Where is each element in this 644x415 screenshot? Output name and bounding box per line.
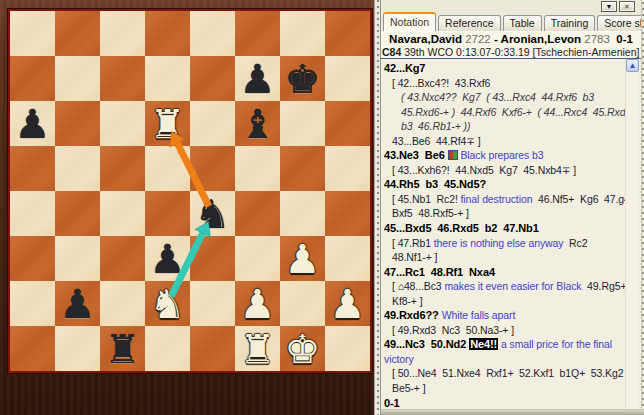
sub-variation-moves[interactable]: ( 43.Nxc4?? Kg7 ( 43...Rxc4 44.Rxf6 b3 — [401, 91, 594, 103]
mainline-moves[interactable]: 42...Kg7 — [384, 62, 425, 74]
square-h6[interactable] — [325, 101, 370, 146]
variation-moves[interactable]: Be5-+ ] — [392, 382, 425, 394]
square-e4[interactable]: ♞ — [190, 191, 235, 236]
square-c7[interactable] — [100, 56, 145, 101]
notation-line: 44.Rh5 b3 45.Nd5? — [384, 177, 625, 192]
mainline-moves[interactable]: 49.Rxd6?? — [384, 309, 442, 321]
square-g8[interactable] — [280, 11, 325, 56]
notation-line: 43...Be6 44.Rf4∓ ] — [384, 134, 625, 149]
variation-moves[interactable]: Bxf5 48.Rxf5-+ ] — [392, 207, 469, 219]
black-bishop[interactable]: ♝ — [235, 101, 280, 146]
square-h5[interactable] — [325, 146, 370, 191]
white-pawn[interactable]: ♟ — [235, 281, 280, 326]
white-knight[interactable]: ♞ — [145, 281, 190, 326]
black-pawn[interactable]: ♟ — [145, 236, 190, 281]
mainline-moves[interactable]: 0-1 — [384, 397, 400, 409]
variation-moves[interactable]: Kf8-+ ] — [392, 295, 423, 307]
square-c4[interactable] — [100, 191, 145, 236]
commentary-text: final destruction — [461, 193, 533, 205]
square-e6[interactable] — [190, 101, 235, 146]
board-pane: ♟♚♟♜♝♞♟♟♟♞♟♟♜♜♚ — [0, 0, 374, 415]
variation-moves[interactable]: [ ⌂48...Bc3 — [392, 280, 444, 292]
square-b7[interactable] — [55, 56, 100, 101]
square-g6[interactable] — [280, 101, 325, 146]
mainline-moves[interactable]: 49...Nc3 50.Nd2 — [384, 338, 469, 350]
notation-line: 43.Ne3 Be6 Black prepares b3 — [384, 148, 625, 163]
tab-table[interactable]: Table — [503, 15, 542, 31]
variation-moves[interactable]: 46.Nf5+ Kg6 47.g4 — [532, 193, 625, 205]
notation-line: victory — [384, 352, 625, 367]
tab-training[interactable]: Training — [544, 15, 596, 31]
chessbase-window: ♟♚♟♜♝♞♟♟♟♞♟♟♜♜♚ ▼ ✕ NotationReferenceTab… — [0, 0, 644, 415]
variation-moves[interactable]: 48.Nf1-+ ] — [392, 251, 437, 263]
event-info: 39th WCO 0:13.07-0:33.19 [Tschechien-Arm… — [404, 46, 641, 58]
square-e7[interactable] — [190, 56, 235, 101]
square-c3[interactable] — [100, 236, 145, 281]
square-d6[interactable]: ♜ — [145, 101, 190, 146]
square-b2[interactable]: ♟ — [55, 281, 100, 326]
square-c2[interactable] — [100, 281, 145, 326]
square-f6[interactable]: ♝ — [235, 101, 280, 146]
square-h7[interactable] — [325, 56, 370, 101]
white-rook[interactable]: ♜ — [235, 326, 280, 371]
notation-line: 45.Rxd6-+ ) 44.Rxf6 Kxf6-+ ( 44...Rxc4 4… — [384, 105, 625, 120]
square-d4[interactable] — [145, 191, 190, 236]
square-e5[interactable] — [190, 146, 235, 191]
mainline-moves[interactable]: 47...Rc1 48.Rf1 Nxa4 — [384, 266, 495, 278]
selected-move[interactable]: Ne4!! — [469, 338, 498, 350]
square-a5[interactable] — [10, 146, 55, 191]
event-line: C84 39th WCO 0:13.07-0:33.19 [Tschechien… — [381, 46, 641, 58]
commentary-text: White falls apart — [442, 309, 516, 321]
variation-moves[interactable]: [ 45.Nb1 Rc2! — [392, 193, 461, 205]
tab-bar: NotationReferenceTableTrainingScore shee… — [381, 13, 641, 32]
square-a8[interactable] — [10, 11, 55, 56]
variation-moves[interactable]: [ 47.Rb1 — [392, 237, 434, 249]
notation-line: Kf8-+ ] — [384, 294, 625, 309]
square-g1[interactable]: ♚ — [280, 326, 325, 371]
square-f3[interactable] — [235, 236, 280, 281]
black-pawn[interactable]: ♟ — [235, 56, 280, 101]
annotation-marker-icon[interactable] — [448, 150, 458, 160]
square-e1[interactable] — [190, 326, 235, 371]
notation-line: 47...Rc1 48.Rf1 Nxa4 — [384, 265, 625, 280]
game-header: Navara,David 2722 - Aronian,Levon 2783 0… — [381, 32, 641, 58]
commentary-text: Black prepares b3 — [458, 149, 544, 161]
square-e3[interactable] — [190, 236, 235, 281]
square-f5[interactable] — [235, 146, 280, 191]
sub-variation-moves[interactable]: 45.Rxd6-+ ) 44.Rxf6 Kxf6-+ ( 44...Rxc4 4… — [401, 106, 625, 118]
white-player-name: Navara,David — [389, 33, 462, 45]
black-knight[interactable]: ♞ — [190, 191, 235, 236]
mainline-moves[interactable]: 44.Rh5 b3 45.Nd5? — [384, 178, 486, 190]
square-d2[interactable]: ♞ — [145, 281, 190, 326]
variation-moves[interactable]: [ 50...Ne4 51.Nxe4 Rxf1+ 52.Kxf1 b1Q+ 53… — [392, 367, 624, 379]
square-g2[interactable] — [280, 281, 325, 326]
square-g5[interactable] — [280, 146, 325, 191]
variation-moves[interactable]: [ 43...Kxh6?! 44.Nxd5 Kg7 45.Nxb4∓ ] — [392, 164, 576, 176]
square-b4[interactable] — [55, 191, 100, 236]
notation-line: 48.Nf1-+ ] — [384, 250, 625, 265]
panel-menu-button[interactable]: ▼ — [601, 1, 617, 12]
variation-moves[interactable]: 43...Be6 44.Rf4∓ ] — [392, 135, 481, 147]
notation-panel: ▼ ✕ NotationReferenceTableTrainingScore … — [381, 0, 641, 415]
tab-notation[interactable]: Notation — [383, 12, 436, 31]
notation-line: [ 45.Nb1 Rc2! final destruction 46.Nf5+ … — [384, 192, 625, 207]
black-pawn[interactable]: ♟ — [10, 101, 55, 146]
square-c5[interactable] — [100, 146, 145, 191]
notation-line: ( 43.Nxc4?? Kg7 ( 43...Rxc4 44.Rxf6 b3 — [384, 90, 625, 105]
square-h4[interactable] — [325, 191, 370, 236]
square-b5[interactable] — [55, 146, 100, 191]
notation-line: 49...Nc3 50.Nd2 Ne4!! a small price for … — [384, 337, 625, 352]
variation-moves[interactable]: [ 49.Rxd3 Nc3 50.Na3-+ ] — [392, 324, 514, 336]
square-a7[interactable] — [10, 56, 55, 101]
square-h3[interactable] — [325, 236, 370, 281]
white-pawn[interactable]: ♟ — [280, 236, 325, 281]
notation-line: [ 49.Rxd3 Nc3 50.Na3-+ ] — [384, 323, 625, 338]
square-d1[interactable] — [145, 326, 190, 371]
pane-splitter[interactable] — [374, 0, 381, 415]
notation-line: [ 42...Bxc4?! 43.Rxf6 — [384, 76, 625, 91]
square-c8[interactable] — [100, 11, 145, 56]
square-a3[interactable] — [10, 236, 55, 281]
square-e8[interactable] — [190, 11, 235, 56]
notation-line: b3 46.Rb1-+ )) — [384, 119, 625, 134]
players-dash: - — [494, 33, 498, 45]
square-c1[interactable]: ♜ — [100, 326, 145, 371]
eco-code: C84 — [382, 46, 401, 58]
notation-line: [ 43...Kxh6?! 44.Nxd5 Kg7 45.Nxb4∓ ] — [384, 163, 625, 178]
square-f4[interactable] — [235, 191, 280, 236]
notation-line: [ 47.Rb1 there is nothing else anyway Rc… — [384, 236, 625, 251]
players-line: Navara,David 2722 - Aronian,Levon 2783 0… — [381, 33, 641, 45]
white-player-elo: 2722 — [465, 33, 491, 45]
square-f8[interactable] — [235, 11, 280, 56]
notation-line: 49.Rxd6?? White falls apart — [384, 308, 625, 323]
notation-line: [ ⌂48...Bc3 makes it even easier for Bla… — [384, 279, 625, 294]
square-b6[interactable] — [55, 101, 100, 146]
square-b1[interactable] — [55, 326, 100, 371]
notation-line: 45...Bxd5 46.Rxd5 b2 47.Nb1 — [384, 221, 625, 236]
mainline-moves[interactable]: 45...Bxd5 46.Rxd5 b2 47.Nb1 — [384, 222, 539, 234]
square-a1[interactable] — [10, 326, 55, 371]
commentary-text: makes it even easier for Black — [444, 280, 581, 292]
square-g3[interactable]: ♟ — [280, 236, 325, 281]
commentary-text: victory — [384, 353, 414, 365]
square-d5[interactable] — [145, 146, 190, 191]
square-f2[interactable]: ♟ — [235, 281, 280, 326]
notation-line: 0-1 — [384, 396, 625, 409]
commentary-text: a small price for the final — [498, 338, 612, 350]
variation-moves[interactable]: [ 42...Bxc4?! 43.Rxf6 — [392, 77, 490, 89]
black-pawn[interactable]: ♟ — [55, 281, 100, 326]
black-king[interactable]: ♚ — [280, 56, 325, 101]
white-pawn[interactable]: ♟ — [325, 281, 370, 326]
square-h2[interactable]: ♟ — [325, 281, 370, 326]
splitter-grip-icon — [377, 0, 379, 415]
variation-moves[interactable]: Rc2 — [563, 237, 587, 249]
white-rook[interactable]: ♜ — [145, 101, 190, 146]
mainline-moves[interactable]: 43.Ne3 Be6 — [384, 149, 448, 161]
black-rook[interactable]: ♜ — [100, 326, 145, 371]
game-result: 0-1 — [616, 33, 633, 45]
notation-line: 42...Kg7 — [384, 61, 625, 76]
square-d7[interactable] — [145, 56, 190, 101]
moves-area: 42...Kg7[ 42...Bxc4?! 43.Rxf6( 43.Nxc4??… — [381, 59, 641, 409]
square-c6[interactable] — [100, 101, 145, 146]
square-g4[interactable] — [280, 191, 325, 236]
square-e2[interactable] — [190, 281, 235, 326]
black-player-elo: 2783 — [584, 33, 610, 45]
square-b3[interactable] — [55, 236, 100, 281]
tab-reference[interactable]: Reference — [438, 15, 500, 31]
square-a2[interactable] — [10, 281, 55, 326]
square-d8[interactable] — [145, 11, 190, 56]
square-f7[interactable]: ♟ — [235, 56, 280, 101]
square-g7[interactable]: ♚ — [280, 56, 325, 101]
square-h8[interactable] — [325, 11, 370, 56]
window-bottom-edge — [381, 409, 644, 415]
square-b8[interactable] — [55, 11, 100, 56]
commentary-text: there is nothing else anyway — [434, 237, 564, 249]
square-a6[interactable]: ♟ — [10, 101, 55, 146]
notation-line: Be5-+ ] — [384, 381, 625, 396]
panel-close-button[interactable]: ✕ — [619, 1, 635, 12]
square-d3[interactable]: ♟ — [145, 236, 190, 281]
tab-score-sheet[interactable]: Score sheet — [597, 15, 644, 31]
variation-moves[interactable]: 49.Rg5+ — [581, 280, 625, 292]
notation-line: Bxf5 48.Rxf5-+ ] — [384, 206, 625, 221]
board-grid: ♟♚♟♜♝♞♟♟♟♞♟♟♜♜♚ — [10, 11, 370, 371]
white-king[interactable]: ♚ — [280, 326, 325, 371]
square-f1[interactable]: ♜ — [235, 326, 280, 371]
square-h1[interactable] — [325, 326, 370, 371]
black-player-name: Aronian,Levon — [501, 33, 582, 45]
sub-variation-moves[interactable]: b3 46.Rb1-+ )) — [401, 120, 470, 132]
notation-line: [ 50...Ne4 51.Nxe4 Rxf1+ 52.Kxf1 b1Q+ 53… — [384, 366, 625, 381]
scroll-up-icon[interactable]: ▲ — [626, 59, 639, 72]
notation-scrollbar[interactable]: ▲ — [625, 59, 638, 409]
square-a4[interactable] — [10, 191, 55, 236]
